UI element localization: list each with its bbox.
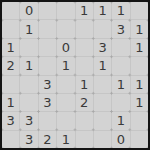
empty-cell-r6c2[interactable] xyxy=(20,94,37,111)
clue-cell-r6c8[interactable]: 1 xyxy=(131,94,148,111)
clue-cell-r3c8[interactable]: 1 xyxy=(131,39,148,56)
clue-cell-r8c3[interactable]: 2 xyxy=(39,131,56,148)
empty-cell-r2c1[interactable] xyxy=(2,20,19,37)
clue-cell-r6c1[interactable]: 1 xyxy=(2,94,19,111)
clue-cell-r4c2[interactable]: 1 xyxy=(20,57,37,74)
clue-cell-r8c7[interactable]: 0 xyxy=(112,131,129,148)
empty-cell-r8c8[interactable] xyxy=(131,131,148,148)
empty-cell-r8c5[interactable] xyxy=(76,131,93,148)
clue-cell-r8c4[interactable]: 1 xyxy=(57,131,74,148)
empty-cell-r4c3[interactable] xyxy=(39,57,56,74)
empty-cell-r3c5[interactable] xyxy=(76,39,93,56)
clue-cell-r5c7[interactable]: 1 xyxy=(112,76,129,93)
empty-cell-r7c3[interactable] xyxy=(39,112,56,129)
empty-cell-r5c4[interactable] xyxy=(57,76,74,93)
empty-cell-r2c4[interactable] xyxy=(57,20,74,37)
clue-cell-r8c2[interactable]: 3 xyxy=(20,131,37,148)
empty-cell-r8c6[interactable] xyxy=(94,131,111,148)
clue-cell-r5c5[interactable]: 1 xyxy=(76,76,93,93)
empty-cell-r1c1[interactable] xyxy=(2,2,19,19)
empty-cell-r5c6[interactable] xyxy=(94,76,111,93)
empty-cell-r6c7[interactable] xyxy=(112,94,129,111)
clue-cell-r1c2[interactable]: 0 xyxy=(20,2,37,19)
clue-cell-r3c1[interactable]: 1 xyxy=(2,39,19,56)
clue-cell-r2c2[interactable]: 1 xyxy=(20,20,37,37)
empty-cell-r7c5[interactable] xyxy=(76,112,93,129)
clue-cell-r2c7[interactable]: 3 xyxy=(112,20,129,37)
clue-cell-r2c8[interactable]: 1 xyxy=(131,20,148,37)
mosaic-board: 011113110312111311113213313210 xyxy=(0,0,150,150)
empty-cell-r3c2[interactable] xyxy=(20,39,37,56)
empty-cell-r7c8[interactable] xyxy=(131,112,148,129)
clue-cell-r7c1[interactable]: 3 xyxy=(2,112,19,129)
clue-cell-r7c2[interactable]: 3 xyxy=(20,112,37,129)
empty-cell-r5c2[interactable] xyxy=(20,76,37,93)
empty-cell-r8c1[interactable] xyxy=(2,131,19,148)
clue-cell-r3c6[interactable]: 3 xyxy=(94,39,111,56)
empty-cell-r6c6[interactable] xyxy=(94,94,111,111)
clue-cell-r4c6[interactable]: 1 xyxy=(94,57,111,74)
empty-cell-r2c6[interactable] xyxy=(94,20,111,37)
empty-cell-r2c3[interactable] xyxy=(39,20,56,37)
clue-cell-r1c7[interactable]: 1 xyxy=(112,2,129,19)
empty-cell-r5c1[interactable] xyxy=(2,76,19,93)
clue-cell-r5c3[interactable]: 3 xyxy=(39,76,56,93)
empty-cell-r6c4[interactable] xyxy=(57,94,74,111)
clue-cell-r4c4[interactable]: 1 xyxy=(57,57,74,74)
empty-cell-r4c8[interactable] xyxy=(131,57,148,74)
clue-cell-r1c6[interactable]: 1 xyxy=(94,2,111,19)
empty-cell-r7c4[interactable] xyxy=(57,112,74,129)
clue-cell-r3c4[interactable]: 0 xyxy=(57,39,74,56)
empty-cell-r3c3[interactable] xyxy=(39,39,56,56)
empty-cell-r4c7[interactable] xyxy=(112,57,129,74)
empty-cell-r1c3[interactable] xyxy=(39,2,56,19)
board-grid: 011113110312111311113213313210 xyxy=(2,2,148,148)
empty-cell-r3c7[interactable] xyxy=(112,39,129,56)
clue-cell-r6c3[interactable]: 3 xyxy=(39,94,56,111)
clue-cell-r5c8[interactable]: 1 xyxy=(131,76,148,93)
clue-cell-r7c7[interactable]: 1 xyxy=(112,112,129,129)
empty-cell-r1c4[interactable] xyxy=(57,2,74,19)
clue-cell-r4c1[interactable]: 2 xyxy=(2,57,19,74)
empty-cell-r2c5[interactable] xyxy=(76,20,93,37)
empty-cell-r7c6[interactable] xyxy=(94,112,111,129)
clue-cell-r1c5[interactable]: 1 xyxy=(76,2,93,19)
empty-cell-r1c8[interactable] xyxy=(131,2,148,19)
clue-cell-r6c5[interactable]: 2 xyxy=(76,94,93,111)
empty-cell-r4c5[interactable] xyxy=(76,57,93,74)
